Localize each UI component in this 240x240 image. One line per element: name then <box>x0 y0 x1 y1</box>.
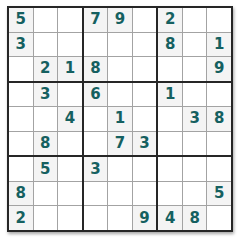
cell-r5c2[interactable] <box>34 107 58 131</box>
sudoku-page: 53217982819348617313858239548 <box>0 0 240 240</box>
cell-r8c6[interactable] <box>133 182 157 206</box>
cell-r8c9: 5 <box>207 182 231 206</box>
box-5: 6173 <box>84 83 157 156</box>
box-1: 5321 <box>9 8 82 81</box>
box-3: 2819 <box>158 8 231 81</box>
cell-r2c3[interactable] <box>58 33 82 57</box>
cell-r2c6[interactable] <box>133 33 157 57</box>
cell-r3c4: 8 <box>84 57 108 81</box>
cell-r2c9: 1 <box>207 33 231 57</box>
cell-r4c6[interactable] <box>133 83 157 107</box>
cell-r6c1[interactable] <box>9 132 33 156</box>
cell-r9c9[interactable] <box>207 206 231 230</box>
cell-r9c3[interactable] <box>58 206 82 230</box>
cell-r4c2: 3 <box>34 83 58 107</box>
cell-r3c1[interactable] <box>9 57 33 81</box>
cell-r2c5[interactable] <box>108 33 132 57</box>
cell-r6c9[interactable] <box>207 132 231 156</box>
cell-r3c8[interactable] <box>183 57 207 81</box>
cell-r9c5[interactable] <box>108 206 132 230</box>
cell-r5c6[interactable] <box>133 107 157 131</box>
box-7: 582 <box>9 157 82 230</box>
cell-r9c4[interactable] <box>84 206 108 230</box>
cell-r7c3[interactable] <box>58 157 82 181</box>
cell-r7c4: 3 <box>84 157 108 181</box>
cell-r1c9[interactable] <box>207 8 231 32</box>
cell-r4c7: 1 <box>158 83 182 107</box>
cell-r1c5: 9 <box>108 8 132 32</box>
cell-r7c9[interactable] <box>207 157 231 181</box>
cell-r1c7: 2 <box>158 8 182 32</box>
cell-r4c8[interactable] <box>183 83 207 107</box>
cell-r1c8[interactable] <box>183 8 207 32</box>
cell-r7c5[interactable] <box>108 157 132 181</box>
cell-r5c7[interactable] <box>158 107 182 131</box>
cell-r9c7: 4 <box>158 206 182 230</box>
cell-r6c4[interactable] <box>84 132 108 156</box>
cell-r7c8[interactable] <box>183 157 207 181</box>
cell-r5c1[interactable] <box>9 107 33 131</box>
box-4: 348 <box>9 83 82 156</box>
cell-r2c2[interactable] <box>34 33 58 57</box>
cell-r5c9: 8 <box>207 107 231 131</box>
cell-r4c3[interactable] <box>58 83 82 107</box>
cell-r1c2[interactable] <box>34 8 58 32</box>
cell-r7c2: 5 <box>34 157 58 181</box>
cell-r2c4[interactable] <box>84 33 108 57</box>
cell-r1c4: 7 <box>84 8 108 32</box>
cell-r4c4: 6 <box>84 83 108 107</box>
cell-r8c3[interactable] <box>58 182 82 206</box>
cell-r7c7[interactable] <box>158 157 182 181</box>
cell-r8c1: 8 <box>9 182 33 206</box>
cell-r9c2[interactable] <box>34 206 58 230</box>
cell-r9c1: 2 <box>9 206 33 230</box>
cell-r5c5: 1 <box>108 107 132 131</box>
cell-r3c3: 1 <box>58 57 82 81</box>
cell-r8c7[interactable] <box>158 182 182 206</box>
cell-r3c5[interactable] <box>108 57 132 81</box>
cell-r6c3[interactable] <box>58 132 82 156</box>
cell-r9c6: 9 <box>133 206 157 230</box>
cell-r3c9: 9 <box>207 57 231 81</box>
cell-r7c6[interactable] <box>133 157 157 181</box>
cell-r1c6[interactable] <box>133 8 157 32</box>
cell-r5c4[interactable] <box>84 107 108 131</box>
box-2: 798 <box>84 8 157 81</box>
cell-r6c2: 8 <box>34 132 58 156</box>
cell-r4c9[interactable] <box>207 83 231 107</box>
cell-r6c5: 7 <box>108 132 132 156</box>
cell-r3c2: 2 <box>34 57 58 81</box>
cell-r8c8[interactable] <box>183 182 207 206</box>
sudoku-board: 53217982819348617313858239548 <box>7 6 233 232</box>
cell-r9c8: 8 <box>183 206 207 230</box>
cell-r5c3: 4 <box>58 107 82 131</box>
cell-r7c1[interactable] <box>9 157 33 181</box>
cell-r5c8: 3 <box>183 107 207 131</box>
cell-r4c5[interactable] <box>108 83 132 107</box>
cell-r8c4[interactable] <box>84 182 108 206</box>
box-8: 39 <box>84 157 157 230</box>
cell-r8c2[interactable] <box>34 182 58 206</box>
cell-r8c5[interactable] <box>108 182 132 206</box>
box-9: 548 <box>158 157 231 230</box>
cell-r2c8[interactable] <box>183 33 207 57</box>
cell-r4c1[interactable] <box>9 83 33 107</box>
cell-r6c7[interactable] <box>158 132 182 156</box>
cell-r2c1: 3 <box>9 33 33 57</box>
cell-r1c1: 5 <box>9 8 33 32</box>
cell-r6c8[interactable] <box>183 132 207 156</box>
cell-r1c3[interactable] <box>58 8 82 32</box>
cell-r6c6: 3 <box>133 132 157 156</box>
cell-r2c7: 8 <box>158 33 182 57</box>
box-6: 138 <box>158 83 231 156</box>
cell-r3c7[interactable] <box>158 57 182 81</box>
cell-r3c6[interactable] <box>133 57 157 81</box>
